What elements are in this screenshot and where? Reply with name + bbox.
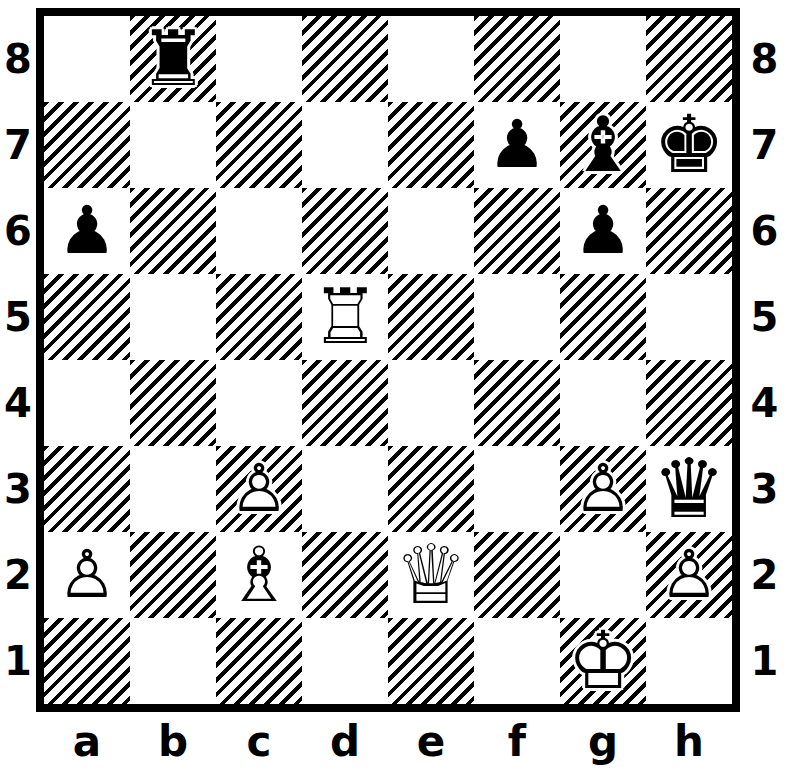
square-b4[interactable] <box>130 360 216 446</box>
rank-label-right-2: 2 <box>740 532 789 618</box>
square-h6[interactable] <box>646 188 732 274</box>
black-pawn-icon: ♟ <box>487 112 546 178</box>
black-king-h7[interactable]: ♚ <box>646 102 732 188</box>
black-pawn-g6[interactable]: ♟ <box>560 188 646 274</box>
square-h2[interactable]: ♟♙ <box>646 532 732 618</box>
white-pawn-g3[interactable]: ♟♙ <box>560 446 646 532</box>
square-a5[interactable] <box>44 274 130 360</box>
rank-label-left-2: 2 <box>0 532 36 618</box>
square-e1[interactable] <box>388 618 474 704</box>
square-d3[interactable] <box>302 446 388 532</box>
square-h8[interactable] <box>646 16 732 102</box>
rank-labels-right: 87654321 <box>740 16 789 704</box>
white-pawn-h2[interactable]: ♟♙ <box>646 532 732 618</box>
white-queen-e2[interactable]: ♛♕ <box>388 532 474 618</box>
white-pawn-c3[interactable]: ♟♙ <box>216 446 302 532</box>
square-h1[interactable] <box>646 618 732 704</box>
square-b1[interactable] <box>130 618 216 704</box>
rank-label-left-4: 4 <box>0 360 36 446</box>
square-c8[interactable] <box>216 16 302 102</box>
square-f1[interactable] <box>474 618 560 704</box>
file-label-f: f <box>474 712 560 770</box>
square-g3[interactable]: ♟♙ <box>560 446 646 532</box>
square-f7[interactable]: ♟ <box>474 102 560 188</box>
black-queen-icon: ♛ <box>652 448 726 530</box>
black-pawn-icon: ♟ <box>57 198 116 264</box>
square-d8[interactable] <box>302 16 388 102</box>
square-f6[interactable] <box>474 188 560 274</box>
square-a1[interactable] <box>44 618 130 704</box>
white-king-g1[interactable]: ♚♔ <box>560 618 646 704</box>
black-pawn-f7[interactable]: ♟ <box>474 102 560 188</box>
black-pawn-icon: ♟ <box>573 198 632 264</box>
white-rook-d5[interactable]: ♜♖ <box>302 274 388 360</box>
black-rook-icon: ♜ <box>139 21 207 97</box>
rank-label-right-1: 1 <box>740 618 789 704</box>
white-rook-icon: ♖ <box>311 279 379 355</box>
black-rook-b8[interactable]: ♜ <box>130 16 216 102</box>
square-h4[interactable] <box>646 360 732 446</box>
square-e4[interactable] <box>388 360 474 446</box>
white-pawn-icon: ♙ <box>573 456 632 522</box>
square-c1[interactable] <box>216 618 302 704</box>
square-f2[interactable] <box>474 532 560 618</box>
square-f8[interactable] <box>474 16 560 102</box>
white-pawn-icon: ♙ <box>659 542 718 608</box>
rank-label-left-8: 8 <box>0 16 36 102</box>
square-c3[interactable]: ♟♙ <box>216 446 302 532</box>
white-king-icon: ♔ <box>567 621 639 701</box>
rank-label-right-5: 5 <box>740 274 789 360</box>
square-h5[interactable] <box>646 274 732 360</box>
white-pawn-icon: ♙ <box>57 542 116 608</box>
square-c4[interactable] <box>216 360 302 446</box>
square-e8[interactable] <box>388 16 474 102</box>
square-c5[interactable] <box>216 274 302 360</box>
file-label-h: h <box>646 712 732 770</box>
square-h7[interactable]: ♚ <box>646 102 732 188</box>
rank-label-right-4: 4 <box>740 360 789 446</box>
file-label-d: d <box>302 712 388 770</box>
rank-label-left-6: 6 <box>0 188 36 274</box>
square-a4[interactable] <box>44 360 130 446</box>
square-e6[interactable] <box>388 188 474 274</box>
rank-label-left-7: 7 <box>0 102 36 188</box>
file-label-e: e <box>388 712 474 770</box>
rank-label-right-8: 8 <box>740 16 789 102</box>
square-a8[interactable] <box>44 16 130 102</box>
square-b7[interactable] <box>130 102 216 188</box>
white-bishop-icon: ♗ <box>225 537 293 613</box>
square-d5[interactable]: ♜♖ <box>302 274 388 360</box>
square-c7[interactable] <box>216 102 302 188</box>
rank-label-right-7: 7 <box>740 102 789 188</box>
square-a7[interactable] <box>44 102 130 188</box>
square-f3[interactable] <box>474 446 560 532</box>
chess-diagram: 87654321 ♜♟♝♚♟♟♜♖♟♙♟♙♛♟♙♝♗♛♕♟♙♚♔ 8765432… <box>0 0 789 772</box>
square-d4[interactable] <box>302 360 388 446</box>
square-c6[interactable] <box>216 188 302 274</box>
black-pawn-a6[interactable]: ♟ <box>44 188 130 274</box>
square-b3[interactable] <box>130 446 216 532</box>
square-b8[interactable]: ♜ <box>130 16 216 102</box>
file-labels: abcdefgh <box>44 712 732 770</box>
file-label-b: b <box>130 712 216 770</box>
square-b5[interactable] <box>130 274 216 360</box>
square-g4[interactable] <box>560 360 646 446</box>
square-e5[interactable] <box>388 274 474 360</box>
square-b6[interactable] <box>130 188 216 274</box>
square-g5[interactable] <box>560 274 646 360</box>
square-g1[interactable]: ♚♔ <box>560 618 646 704</box>
rank-label-left-3: 3 <box>0 446 36 532</box>
square-f5[interactable] <box>474 274 560 360</box>
board[interactable]: ♜♟♝♚♟♟♜♖♟♙♟♙♛♟♙♝♗♛♕♟♙♚♔ <box>36 8 740 712</box>
square-g2[interactable] <box>560 532 646 618</box>
black-bishop-icon: ♝ <box>569 107 637 183</box>
black-king-icon: ♚ <box>653 105 725 185</box>
square-f4[interactable] <box>474 360 560 446</box>
square-c2[interactable]: ♝♗ <box>216 532 302 618</box>
file-label-a: a <box>44 712 130 770</box>
square-b2[interactable] <box>130 532 216 618</box>
white-pawn-a2[interactable]: ♟♙ <box>44 532 130 618</box>
black-queen-h3[interactable]: ♛ <box>646 446 732 532</box>
square-e7[interactable] <box>388 102 474 188</box>
square-d6[interactable] <box>302 188 388 274</box>
square-d1[interactable] <box>302 618 388 704</box>
black-bishop-g7[interactable]: ♝ <box>560 102 646 188</box>
square-g7[interactable]: ♝ <box>560 102 646 188</box>
white-bishop-c2[interactable]: ♝♗ <box>216 532 302 618</box>
square-e3[interactable] <box>388 446 474 532</box>
rank-label-right-3: 3 <box>740 446 789 532</box>
square-a6[interactable]: ♟ <box>44 188 130 274</box>
rank-labels-left: 87654321 <box>0 16 36 704</box>
file-label-g: g <box>560 712 646 770</box>
white-pawn-icon: ♙ <box>229 456 288 522</box>
rank-label-right-6: 6 <box>740 188 789 274</box>
square-e2[interactable]: ♛♕ <box>388 532 474 618</box>
square-a2[interactable]: ♟♙ <box>44 532 130 618</box>
rank-label-left-5: 5 <box>0 274 36 360</box>
rank-label-left-1: 1 <box>0 618 36 704</box>
file-label-c: c <box>216 712 302 770</box>
square-d2[interactable] <box>302 532 388 618</box>
square-g8[interactable] <box>560 16 646 102</box>
square-h3[interactable]: ♛ <box>646 446 732 532</box>
square-g6[interactable]: ♟ <box>560 188 646 274</box>
square-d7[interactable] <box>302 102 388 188</box>
square-a3[interactable] <box>44 446 130 532</box>
white-queen-icon: ♕ <box>394 534 468 616</box>
